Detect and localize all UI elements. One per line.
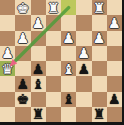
piece-black-pawn[interactable]: ♟	[32, 62, 45, 76]
square-b4[interactable]	[92, 46, 107, 61]
square-b8[interactable]: ♜	[92, 107, 107, 122]
piece-white-pawn[interactable]: ♟	[93, 31, 106, 45]
square-f5[interactable]: ♟	[31, 61, 46, 76]
chess-app: ♚♜♜♟♟♟♟♟♟♟♛♟♝♟♟♝♚♝♟♜♜	[0, 0, 124, 125]
square-e3[interactable]	[46, 31, 61, 46]
piece-black-pawn[interactable]: ♟	[17, 77, 30, 91]
square-c2[interactable]	[76, 15, 91, 30]
square-a2[interactable]: ♟	[107, 15, 122, 30]
square-f3[interactable]	[31, 31, 46, 46]
piece-white-bishop[interactable]: ♝	[62, 62, 75, 76]
piece-white-pawn[interactable]: ♟	[62, 31, 75, 45]
square-a1[interactable]	[107, 0, 122, 15]
piece-black-king[interactable]: ♚	[17, 92, 30, 106]
square-e4[interactable]	[46, 46, 61, 61]
square-b6[interactable]	[92, 76, 107, 91]
square-h8[interactable]	[0, 107, 15, 122]
chess-board: ♚♜♜♟♟♟♟♟♟♟♛♟♝♟♟♝♚♝♟♜♜	[0, 0, 124, 125]
square-b1[interactable]: ♜	[92, 0, 107, 15]
square-c6[interactable]	[76, 76, 91, 91]
square-c8[interactable]	[76, 107, 91, 122]
square-c3[interactable]	[76, 31, 91, 46]
square-e5[interactable]	[46, 61, 61, 76]
square-e1[interactable]: ♜	[46, 0, 61, 15]
square-e8[interactable]	[46, 107, 61, 122]
square-g4[interactable]	[15, 46, 30, 61]
square-c4[interactable]: ♟	[76, 46, 91, 61]
square-h1[interactable]	[0, 0, 15, 15]
square-c7[interactable]	[76, 92, 91, 107]
square-g2[interactable]	[15, 15, 30, 30]
square-d5[interactable]: ♝	[61, 61, 76, 76]
piece-black-rook[interactable]: ♜	[32, 107, 45, 121]
square-h5[interactable]: ♛	[0, 61, 15, 76]
square-b3[interactable]: ♟	[92, 31, 107, 46]
square-g6[interactable]: ♟	[15, 76, 30, 91]
square-b5[interactable]	[92, 61, 107, 76]
square-e6[interactable]	[46, 76, 61, 91]
square-f4[interactable]	[31, 46, 46, 61]
piece-white-pawn[interactable]: ♟	[78, 46, 91, 60]
square-a5[interactable]	[107, 61, 122, 76]
piece-white-pawn[interactable]: ♟	[17, 31, 30, 45]
square-e2[interactable]	[46, 15, 61, 30]
square-c5[interactable]: ♟	[76, 61, 91, 76]
piece-black-bishop[interactable]: ♝	[62, 92, 75, 106]
square-d2[interactable]	[61, 15, 76, 30]
square-h2[interactable]	[0, 15, 15, 30]
square-h3[interactable]	[0, 31, 15, 46]
piece-black-pawn[interactable]: ♟	[78, 62, 91, 76]
square-f2[interactable]: ♟	[31, 15, 46, 30]
piece-white-pawn[interactable]: ♟	[108, 16, 121, 30]
square-h6[interactable]	[0, 76, 15, 91]
piece-white-pawn[interactable]: ♟	[1, 46, 14, 60]
square-a6[interactable]	[107, 76, 122, 91]
square-a8[interactable]	[107, 107, 122, 122]
piece-white-queen[interactable]: ♛	[1, 62, 14, 76]
square-h4[interactable]: ♟	[0, 46, 15, 61]
square-c1[interactable]	[76, 0, 91, 15]
square-f1[interactable]	[31, 0, 46, 15]
square-b7[interactable]	[92, 92, 107, 107]
piece-black-pawn[interactable]: ♟	[108, 92, 121, 106]
square-d4[interactable]	[61, 46, 76, 61]
square-d1[interactable]	[61, 0, 76, 15]
square-a3[interactable]	[107, 31, 122, 46]
square-f7[interactable]	[31, 92, 46, 107]
square-d3[interactable]: ♟	[61, 31, 76, 46]
square-e7[interactable]	[46, 92, 61, 107]
square-d7[interactable]: ♝	[61, 92, 76, 107]
square-d6[interactable]	[61, 76, 76, 91]
square-f8[interactable]: ♜	[31, 107, 46, 122]
square-h7[interactable]	[0, 92, 15, 107]
square-g5[interactable]	[15, 61, 30, 76]
square-g1[interactable]: ♚	[15, 0, 30, 15]
square-f6[interactable]: ♝	[31, 76, 46, 91]
piece-white-pawn[interactable]: ♟	[32, 16, 45, 30]
square-g3[interactable]: ♟	[15, 31, 30, 46]
square-a4[interactable]	[107, 46, 122, 61]
square-d8[interactable]	[61, 107, 76, 122]
square-b2[interactable]	[92, 15, 107, 30]
piece-black-rook[interactable]: ♜	[93, 107, 106, 121]
piece-white-rook[interactable]: ♜	[47, 1, 60, 15]
piece-black-bishop[interactable]: ♝	[32, 77, 45, 91]
piece-white-rook[interactable]: ♜	[93, 1, 106, 15]
square-a7[interactable]: ♟	[107, 92, 122, 107]
piece-white-king[interactable]: ♚	[17, 1, 30, 15]
square-g7[interactable]: ♚	[15, 92, 30, 107]
square-g8[interactable]	[15, 107, 30, 122]
